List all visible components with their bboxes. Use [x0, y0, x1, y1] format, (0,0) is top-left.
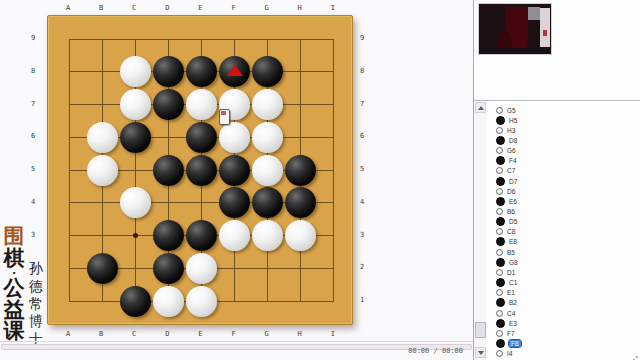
- move-list-item-d1[interactable]: D1: [494, 267, 515, 277]
- black-stone-e6: [186, 122, 217, 153]
- white-stone-g6: [252, 122, 283, 153]
- col-label-top-f: F: [231, 4, 235, 12]
- brand-char: 课: [2, 321, 26, 343]
- black-stone-icon: [496, 278, 505, 287]
- row-label-left-3: 3: [31, 231, 35, 239]
- white-stone-icon: [496, 249, 503, 256]
- black-stone-c1: [120, 286, 151, 317]
- panel-divider: [474, 100, 640, 102]
- move-list-item-e3[interactable]: E3: [494, 318, 517, 328]
- move-label: D7: [509, 178, 517, 185]
- black-stone-icon: [496, 339, 505, 348]
- black-stone-g8: [252, 56, 283, 87]
- move-label: G5: [507, 107, 516, 114]
- black-stone-g4: [252, 187, 283, 218]
- col-label-bottom-f: F: [231, 330, 235, 338]
- col-label-top-h: H: [298, 4, 302, 12]
- white-stone-c4: [120, 187, 151, 218]
- row-label-left-9: 9: [31, 34, 35, 42]
- row-label-right-7: 7: [360, 100, 364, 108]
- go-board[interactable]: [47, 15, 353, 325]
- right-panel: G5H5H3D8G6F4C7D7D6E6B6D5C8E8B5G8D1C1E1B2…: [473, 0, 640, 360]
- timer-label: 00:00 / 00:00: [408, 347, 463, 355]
- row-label-left-6: 6: [31, 132, 35, 140]
- move-label: H3: [507, 127, 515, 134]
- col-label-bottom-b: B: [99, 330, 103, 338]
- brand-char: 公: [2, 278, 26, 300]
- mouse-cursor-icon: [219, 109, 230, 125]
- move-list-item-g8[interactable]: G8: [494, 257, 518, 267]
- black-stone-d3: [153, 220, 184, 251]
- row-label-right-1: 1: [360, 296, 364, 304]
- black-stone-icon: [496, 298, 505, 307]
- move-label: E3: [509, 320, 517, 327]
- move-list-item-h5[interactable]: H5: [494, 115, 517, 125]
- board-area: AABBCCDDEEFFGGHHII998877665544332211 围棋·…: [0, 0, 473, 360]
- white-stone-d1: [153, 286, 184, 317]
- white-stone-f6: [219, 122, 250, 153]
- move-list-item-g6[interactable]: G6: [494, 146, 516, 156]
- white-stone-g7: [252, 89, 283, 120]
- white-stone-icon: [496, 167, 503, 174]
- black-stone-e8: [186, 56, 217, 87]
- star-point-c3: [133, 233, 138, 238]
- white-stone-icon: [496, 350, 503, 357]
- black-stone-icon: [496, 116, 505, 125]
- row-label-right-9: 9: [360, 34, 364, 42]
- black-stone-e5: [186, 155, 217, 186]
- black-stone-d8: [153, 56, 184, 87]
- move-list-item-b6[interactable]: B6: [494, 207, 515, 217]
- black-stone-d5: [153, 155, 184, 186]
- white-stone-icon: [496, 330, 503, 337]
- white-stone-c8: [120, 56, 151, 87]
- author-char: 常: [27, 296, 45, 314]
- move-list-item-e6[interactable]: E6: [494, 196, 517, 206]
- author-name-vertical: 孙德常博士: [27, 260, 45, 349]
- brand-char: 益: [2, 300, 26, 322]
- black-stone-icon: [496, 258, 505, 267]
- move-label: C1: [509, 279, 517, 286]
- black-stone-icon: [496, 237, 505, 246]
- row-label-left-4: 4: [31, 198, 35, 206]
- move-list-item-f7[interactable]: F7: [494, 328, 515, 338]
- move-label: B5: [507, 249, 515, 256]
- white-stone-icon: [496, 188, 503, 195]
- move-label: B2: [509, 299, 517, 306]
- move-list-item-e8[interactable]: E8: [494, 237, 517, 247]
- black-stone-h4: [285, 187, 316, 218]
- col-label-top-c: C: [132, 4, 136, 12]
- thumbnail-red-mark: [543, 30, 547, 36]
- col-label-bottom-c: C: [132, 330, 136, 338]
- black-stone-d2: [153, 253, 184, 284]
- move-list-item-d7[interactable]: D7: [494, 176, 517, 186]
- app-window: AABBCCDDEEFFGGHHII998877665544332211 围棋·…: [0, 0, 640, 360]
- row-label-right-5: 5: [360, 165, 364, 173]
- move-list-item-c8[interactable]: C8: [494, 227, 515, 237]
- move-list-item-f4[interactable]: F4: [494, 156, 517, 166]
- white-stone-icon: [496, 208, 503, 215]
- scrollbar-track[interactable]: [475, 113, 486, 347]
- move-list-item-f8[interactable]: F8: [494, 338, 521, 348]
- white-stone-icon: [496, 147, 503, 154]
- col-label-bottom-a: A: [66, 330, 70, 338]
- white-stone-e2: [186, 253, 217, 284]
- move-label: D8: [509, 137, 517, 144]
- move-label: E1: [507, 289, 515, 296]
- black-stone-e3: [186, 220, 217, 251]
- black-stone-icon: [496, 319, 505, 328]
- grid-line-vertical: [333, 39, 334, 301]
- author-char: 德: [27, 278, 45, 296]
- black-stone-h5: [285, 155, 316, 186]
- black-stone-f5: [219, 155, 250, 186]
- row-label-left-5: 5: [31, 165, 35, 173]
- black-stone-icon: [496, 197, 505, 206]
- move-label: F8: [509, 340, 521, 347]
- move-label: C4: [507, 310, 515, 317]
- move-label: F7: [507, 330, 515, 337]
- author-char: 博: [27, 313, 45, 331]
- move-list-item-b2[interactable]: B2: [494, 298, 517, 308]
- divider: [0, 341, 473, 342]
- white-stone-b6: [87, 122, 118, 153]
- move-list-item-b5[interactable]: B5: [494, 247, 515, 257]
- col-label-top-b: B: [99, 4, 103, 12]
- white-stone-e7: [186, 89, 217, 120]
- black-stone-icon: [496, 136, 505, 145]
- black-stone-icon: [496, 177, 505, 186]
- move-label: F4: [509, 157, 517, 164]
- move-label: G8: [509, 259, 518, 266]
- col-label-bottom-g: G: [264, 330, 268, 338]
- playback-progress-bar[interactable]: [1, 344, 472, 350]
- move-label: G6: [507, 147, 516, 154]
- col-label-bottom-d: D: [165, 330, 169, 338]
- move-list-item-d8[interactable]: D8: [494, 135, 517, 145]
- move-label: D6: [507, 188, 515, 195]
- row-label-left-8: 8: [31, 67, 35, 75]
- resize-grip[interactable]: [630, 350, 638, 358]
- col-label-top-i: I: [331, 4, 335, 12]
- thumbnail-light-strip: [540, 8, 549, 47]
- white-stone-g5: [252, 155, 283, 186]
- row-label-right-8: 8: [360, 67, 364, 75]
- white-stone-e1: [186, 286, 217, 317]
- white-stone-h3: [285, 220, 316, 251]
- move-list-item-c1[interactable]: C1: [494, 278, 517, 288]
- author-char: 孙: [27, 260, 45, 278]
- move-list-item-c4[interactable]: C4: [494, 308, 515, 318]
- scroll-down-button[interactable]: [475, 347, 486, 358]
- move-label: D1: [507, 269, 515, 276]
- move-label: E8: [509, 238, 517, 245]
- move-label: C7: [507, 167, 515, 174]
- last-move-triangle-marker: [227, 65, 243, 76]
- black-stone-c6: [120, 122, 151, 153]
- black-stone-icon: [496, 156, 505, 165]
- brand-title-vertical: 围棋·公益课: [2, 226, 26, 343]
- arrow-up-icon: [478, 106, 484, 110]
- scroll-up-button[interactable]: [475, 102, 486, 113]
- white-stone-c7: [120, 89, 151, 120]
- move-label: I4: [507, 350, 512, 357]
- black-stone-icon: [496, 217, 505, 226]
- move-list-item-d6[interactable]: D6: [494, 186, 515, 196]
- move-label: E6: [509, 198, 517, 205]
- row-label-left-7: 7: [31, 100, 35, 108]
- move-list-item-g5[interactable]: G5: [494, 105, 516, 115]
- scrollbar-thumb[interactable]: [475, 322, 486, 338]
- col-label-bottom-i: I: [331, 330, 335, 338]
- move-label: D5: [509, 218, 517, 225]
- black-stone-b2: [87, 253, 118, 284]
- col-label-top-a: A: [66, 4, 70, 12]
- brand-char: 棋: [2, 248, 26, 270]
- white-stone-icon: [496, 127, 503, 134]
- col-label-bottom-e: E: [198, 330, 202, 338]
- row-label-right-4: 4: [360, 198, 364, 206]
- col-label-top-g: G: [264, 4, 268, 12]
- white-stone-icon: [496, 269, 503, 276]
- black-stone-d7: [153, 89, 184, 120]
- white-stone-icon: [496, 107, 503, 114]
- row-label-right-2: 2: [360, 263, 364, 271]
- move-label: B6: [507, 208, 515, 215]
- white-stone-g3: [252, 220, 283, 251]
- white-stone-icon: [496, 310, 503, 317]
- white-stone-icon: [496, 289, 503, 296]
- arrow-down-icon: [478, 351, 484, 355]
- col-label-top-d: D: [165, 4, 169, 12]
- move-list-item-d5[interactable]: D5: [494, 217, 517, 227]
- col-label-bottom-h: H: [298, 330, 302, 338]
- white-stone-f3: [219, 220, 250, 251]
- brand-char: 围: [2, 226, 26, 248]
- move-list-item-i4[interactable]: I4: [494, 349, 512, 358]
- thumbnail-bottom-shade: [479, 48, 551, 55]
- white-stone-icon: [496, 228, 503, 235]
- move-label: H5: [509, 117, 517, 124]
- white-stone-b5: [87, 155, 118, 186]
- col-label-top-e: E: [198, 4, 202, 12]
- webcam-video-thumbnail[interactable]: [478, 3, 552, 55]
- move-list-item-h3[interactable]: H3: [494, 125, 515, 135]
- black-stone-f4: [219, 187, 250, 218]
- row-label-right-3: 3: [360, 231, 364, 239]
- move-label: C8: [507, 228, 515, 235]
- move-list: G5H5H3D8G6F4C7D7D6E6B6D5C8E8B5G8D1C1E1B2…: [494, 105, 554, 358]
- move-list-item-e1[interactable]: E1: [494, 288, 515, 298]
- row-label-right-6: 6: [360, 132, 364, 140]
- move-list-item-c7[interactable]: C7: [494, 166, 515, 176]
